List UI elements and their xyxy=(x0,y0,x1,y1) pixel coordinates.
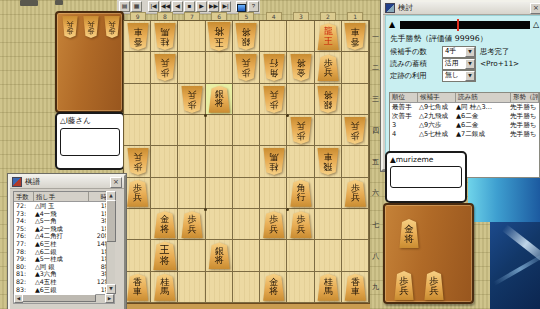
kifu-cell: 76: xyxy=(14,232,33,240)
shogi-piece-歩兵-gote[interactable]: 歩兵 xyxy=(181,86,203,113)
candidate-cell: 先手勝ち（99997） xyxy=(508,121,539,130)
candidate-cell: 先手勝ち（99997） xyxy=(508,112,539,121)
board-square-8-5[interactable] xyxy=(151,146,178,177)
shogi-piece-歩兵-gote[interactable]: 歩兵 xyxy=(83,16,99,38)
shogi-piece-飛車-gote[interactable]: 飛車 xyxy=(317,148,339,175)
kifu-cell: 83: xyxy=(14,286,33,294)
col-eval: 形勢（評価値） xyxy=(511,93,539,102)
shogi-piece-玉将-gote[interactable]: 玉将 xyxy=(207,22,231,51)
board-square-7-4[interactable] xyxy=(178,115,205,146)
candidate-table-header: 順位 候補手 読み筋 形勢（評価値） xyxy=(390,93,539,103)
kifu-cell: △4二角打 xyxy=(33,232,87,240)
board-square-5-3[interactable] xyxy=(233,84,260,115)
desktop-wallpaper xyxy=(490,222,540,309)
candidate-cell: ▲6二金 xyxy=(454,121,508,130)
vcr-button-2[interactable]: ◀◀ xyxy=(160,1,171,12)
candidate-cell: 最善手 xyxy=(390,103,417,112)
board-square-4-2[interactable]: 角行 xyxy=(260,52,287,83)
candidate-cell: 次善手 xyxy=(390,112,417,121)
judgment-text: 先手勝勢（評価値 99996） xyxy=(390,33,487,44)
app-screen: ▤ ▦ |◀◀◀◀■▶▶▶▶| ? 歩兵歩兵歩兵 △I藤さん 987654321… xyxy=(0,0,540,309)
rank-label-8: 八 xyxy=(371,251,380,261)
kifu-cell: 74: xyxy=(14,217,33,225)
board-square-7-7[interactable]: 歩兵 xyxy=(178,209,205,240)
shogi-piece-桂馬-gote[interactable]: 桂馬 xyxy=(154,23,176,50)
shogi-piece-歩兵-gote[interactable]: 歩兵 xyxy=(127,148,149,175)
board-square-8-4[interactable] xyxy=(151,115,178,146)
col-rank: 順位 xyxy=(390,93,418,102)
shogi-board: 香車桂馬玉将銀将龍王香車歩兵歩兵角行金将歩兵歩兵銀将歩兵銀将歩兵歩兵歩兵桂馬飛車… xyxy=(123,20,370,304)
shogi-piece-歩兵-gote[interactable]: 歩兵 xyxy=(290,117,312,144)
board-square-7-9[interactable] xyxy=(178,272,205,303)
kifu-window-title: 棋譜 xyxy=(25,177,40,187)
kifu-list-header: 手数 指し手 時間 xyxy=(14,192,114,202)
kifu-row-77[interactable]: 77:▲6三桂14秒 xyxy=(14,240,114,248)
board-square-1-5[interactable] xyxy=(342,146,369,177)
candidate-cell: 3 xyxy=(390,121,417,130)
board-square-9-3[interactable] xyxy=(124,84,151,115)
board-square-7-5[interactable] xyxy=(178,146,205,177)
board-square-5-5[interactable] xyxy=(233,146,260,177)
board-square-3-5[interactable] xyxy=(287,146,314,177)
monitor-icon xyxy=(237,4,246,12)
shogi-piece-桂馬-gote[interactable]: 桂馬 xyxy=(263,148,285,175)
kifu-row-78[interactable]: 78:△6二銀1秒 xyxy=(14,248,114,256)
shogi-piece-歩兵-sente[interactable]: 歩兵 xyxy=(181,211,203,238)
board-square-7-6[interactable] xyxy=(178,178,205,209)
kifu-window-icon xyxy=(12,177,22,187)
gote-captured-pieces-stand: 歩兵歩兵歩兵 xyxy=(55,11,124,113)
scrollbar-thumb[interactable] xyxy=(106,200,116,242)
help-button[interactable]: ? xyxy=(248,1,259,12)
candidate-cell: △5七桂成 xyxy=(417,130,454,139)
kifu-cell: 82: xyxy=(14,278,33,286)
kifu-cell: △4五桂 xyxy=(33,278,87,286)
candidate-row-2[interactable]: 次善手△2九飛成▲6二金先手勝ち（99997） xyxy=(390,112,539,121)
kifu-cell: ▲3六角 xyxy=(33,270,87,278)
analysis-window-title: 検討 xyxy=(398,3,413,13)
board-square-8-3[interactable] xyxy=(151,84,178,115)
board-square-8-8[interactable]: 王将 xyxy=(151,240,178,271)
sente-captured-pieces-stand: 金将歩兵歩兵 xyxy=(383,203,474,304)
board-square-2-6[interactable] xyxy=(315,178,342,209)
board-square-2-5[interactable]: 飛車 xyxy=(315,146,342,177)
board-square-1-9[interactable]: 香車 xyxy=(342,272,369,303)
kifu-cell: 75: xyxy=(14,225,33,233)
shogi-piece-王将-sente[interactable]: 王将 xyxy=(153,241,177,270)
sente-clock-box xyxy=(390,166,462,188)
accumulation-select[interactable]: 活用▼ xyxy=(442,58,476,70)
board-square-8-2[interactable]: 歩兵 xyxy=(151,52,178,83)
board-square-2-3[interactable]: 銀将 xyxy=(315,84,342,115)
evaluation-bar xyxy=(400,21,530,29)
kifu-row-73[interactable]: 73:▲4一飛1秒 xyxy=(14,210,114,218)
board-square-4-6[interactable] xyxy=(260,178,287,209)
kifu-titlebar[interactable]: 棋譜 × xyxy=(10,176,124,189)
shogi-piece-歩兵-gote[interactable]: 歩兵 xyxy=(235,54,257,81)
candidate-row-3[interactable]: 3△9六歩▲6二金先手勝ち（99997） xyxy=(390,121,539,130)
shogi-piece-歩兵-gote[interactable]: 歩兵 xyxy=(62,16,78,38)
kifu-cell: 77: xyxy=(14,240,33,248)
col-pv: 読み筋 xyxy=(456,93,511,102)
setting-row-candidates: 候補手の数 4手▼ 思考完了 xyxy=(390,47,427,58)
board-square-7-1[interactable] xyxy=(178,21,205,52)
setting-label: 読みの蓄積 xyxy=(390,59,427,68)
board-square-5-4[interactable] xyxy=(233,115,260,146)
close-icon[interactable]: × xyxy=(110,177,122,188)
board-square-2-9[interactable]: 桂馬 xyxy=(315,272,342,303)
analysis-titlebar[interactable]: 検討 × xyxy=(383,2,540,15)
shogi-piece-歩兵-gote[interactable]: 歩兵 xyxy=(263,86,285,113)
kifu-row-74[interactable]: 74:△5一角3秒 xyxy=(14,217,114,225)
kifu-window: 棋譜 × 手数 指し手 時間 72:△同 玉1秒73:▲4一飛1秒74:△5一角… xyxy=(8,174,126,309)
candidate-cell: 先手勝ち（99996） xyxy=(508,103,539,112)
board-square-6-4[interactable] xyxy=(206,115,233,146)
kifu-cell: △同 玉 xyxy=(33,202,87,210)
shogi-piece-歩兵-sente[interactable]: 歩兵 xyxy=(344,180,366,207)
board-square-9-5[interactable]: 歩兵 xyxy=(124,146,151,177)
board-square-2-1[interactable]: 龍王 xyxy=(315,21,342,52)
setting-row-accumulation: 読みの蓄積 活用▼ <Pro+11> xyxy=(390,59,427,70)
candidate-cell: ▲同 桂△3… xyxy=(454,103,508,112)
board-square-1-1[interactable]: 香車 xyxy=(342,21,369,52)
chevron-down-icon[interactable]: ▼ xyxy=(465,47,475,57)
kifu-cell: ▲6三桂 xyxy=(33,240,87,248)
board-square-9-7[interactable] xyxy=(124,209,151,240)
kifu-cell: 73: xyxy=(14,210,33,218)
kifu-cell: 72: xyxy=(14,202,33,210)
thinking-status: 思考完了 xyxy=(480,47,509,57)
kifu-row-75[interactable]: 75:▲2一飛成1秒 xyxy=(14,225,114,233)
shogi-piece-歩兵-sente[interactable]: 歩兵 xyxy=(424,271,444,300)
board-window-toggle-icon[interactable]: ▦ xyxy=(131,1,142,12)
rank-label-7: 七 xyxy=(371,220,380,230)
setting-row-joseki: 定跡の利用 無し▼ xyxy=(390,71,427,82)
hoshi-dot xyxy=(204,208,207,211)
candidate-cell: ▲6二金 xyxy=(454,112,508,121)
kifu-cell: △5一角 xyxy=(33,217,87,225)
board-square-8-7[interactable]: 金将 xyxy=(151,209,178,240)
board-square-9-8[interactable] xyxy=(124,240,151,271)
board-square-7-3[interactable]: 歩兵 xyxy=(178,84,205,115)
vcr-button-5[interactable]: ▶ xyxy=(196,1,207,12)
joseki-select[interactable]: 無し▼ xyxy=(442,70,476,82)
kifu-row-76[interactable]: 76:△4二角打20秒 xyxy=(14,232,114,240)
board-square-6-5[interactable] xyxy=(206,146,233,177)
board-square-1-7[interactable] xyxy=(342,209,369,240)
board-square-2-8[interactable] xyxy=(315,240,342,271)
sente-player-plate: ▲murizeme xyxy=(385,151,467,203)
board-square-5-6[interactable] xyxy=(233,178,260,209)
shogi-piece-角行-gote[interactable]: 角行 xyxy=(263,54,285,81)
chevron-down-icon[interactable]: ▼ xyxy=(465,59,475,69)
scroll-right-icon[interactable]: ▶ xyxy=(105,294,114,303)
rank-label-6: 六 xyxy=(371,188,380,198)
setting-label: 候補手の数 xyxy=(390,47,427,56)
board-square-4-1[interactable] xyxy=(260,21,287,52)
board-square-5-7[interactable] xyxy=(233,209,260,240)
board-square-1-6[interactable]: 歩兵 xyxy=(342,178,369,209)
kifu-header-moveno: 手数 xyxy=(14,192,34,201)
gote-marker: △ xyxy=(533,20,539,29)
kifu-cell: ▲6三銀 xyxy=(33,286,87,294)
kifu-move-list[interactable]: 手数 指し手 時間 72:△同 玉1秒73:▲4一飛1秒74:△5一角3秒75:… xyxy=(13,191,115,295)
board-square-6-1[interactable]: 玉将 xyxy=(206,21,233,52)
col-move: 候補手 xyxy=(418,93,456,102)
board-square-9-2[interactable] xyxy=(124,52,151,83)
kifu-cell: △6二銀 xyxy=(33,248,87,256)
gote-clock-box xyxy=(60,128,120,156)
vcr-button-1[interactable]: |◀ xyxy=(148,1,159,12)
kifu-row-82[interactable]: 82:△4五桂12秒 xyxy=(14,278,114,286)
board-square-3-4[interactable]: 歩兵 xyxy=(287,115,314,146)
kifu-row-80[interactable]: 80:△同 銀8秒 xyxy=(14,263,114,271)
sente-marker: ▲ xyxy=(389,20,395,29)
vcr-button-7[interactable]: ▶| xyxy=(220,1,231,12)
board-square-4-9[interactable]: 金将 xyxy=(260,272,287,303)
kifu-cell: ▲4一飛 xyxy=(33,210,87,218)
evaluation-bar-row: ▲ △ xyxy=(389,20,540,30)
evaluation-tick xyxy=(457,19,459,31)
rank-label-4: 四 xyxy=(371,126,380,136)
board-square-4-3[interactable]: 歩兵 xyxy=(260,84,287,115)
shogi-piece-歩兵-sente[interactable]: 歩兵 xyxy=(394,271,414,300)
analysis-monitor-button[interactable] xyxy=(236,1,247,12)
board-square-6-7[interactable] xyxy=(206,209,233,240)
shogi-piece-歩兵-gote[interactable]: 歩兵 xyxy=(154,54,176,81)
shogi-piece-歩兵-sente[interactable]: 歩兵 xyxy=(127,180,149,207)
kifu-cell: △同 銀 xyxy=(33,263,87,271)
board-square-9-4[interactable] xyxy=(124,115,151,146)
board-bottom-edge xyxy=(123,303,370,309)
candidate-row-4[interactable]: 4△5七桂成▲7二銀成先手勝ち（99997） xyxy=(390,130,539,139)
board-square-9-1[interactable]: 香車 xyxy=(124,21,151,52)
background-window-fragment xyxy=(20,0,38,6)
gote-player-name: △I藤さん xyxy=(60,116,120,126)
kifu-cell: ▲5一桂成 xyxy=(33,255,87,263)
kifu-row-83[interactable]: 83:▲6三銀1秒 xyxy=(14,286,114,294)
board-square-2-4[interactable] xyxy=(315,115,342,146)
background-window-fragment xyxy=(55,0,63,5)
board-square-9-6[interactable]: 歩兵 xyxy=(124,178,151,209)
board-square-3-8[interactable] xyxy=(287,240,314,271)
board-square-4-4[interactable] xyxy=(260,115,287,146)
shogi-piece-歩兵-sente[interactable]: 歩兵 xyxy=(290,211,312,238)
rank-label-2: 二 xyxy=(371,63,380,73)
board-square-3-3[interactable] xyxy=(287,84,314,115)
board-square-5-2[interactable]: 歩兵 xyxy=(233,52,260,83)
board-square-3-6[interactable]: 角行 xyxy=(287,178,314,209)
setting-label: 定跡の利用 xyxy=(390,71,427,80)
shogi-piece-香車-sente[interactable]: 香車 xyxy=(344,274,366,301)
kifu-cell: ▲2一飛成 xyxy=(33,225,87,233)
shogi-piece-桂馬-sente[interactable]: 桂馬 xyxy=(154,274,176,301)
board-square-8-1[interactable]: 桂馬 xyxy=(151,21,178,52)
close-icon[interactable]: × xyxy=(530,3,540,14)
board-grid: 香車桂馬玉将銀将龍王香車歩兵歩兵角行金将歩兵歩兵銀将歩兵銀将歩兵歩兵歩兵桂馬飛車… xyxy=(124,21,369,303)
kifu-row-79[interactable]: 79:▲5一桂成1秒 xyxy=(14,255,114,263)
shogi-piece-金将-sente[interactable]: 金将 xyxy=(154,211,176,238)
board-square-5-8[interactable] xyxy=(233,240,260,271)
candidate-cell: 先手勝ち（99997） xyxy=(508,130,539,139)
kifu-row-72[interactable]: 72:△同 玉1秒 xyxy=(14,202,114,210)
board-square-1-3[interactable] xyxy=(342,84,369,115)
vcr-button-4[interactable]: ■ xyxy=(184,1,195,12)
board-square-7-8[interactable] xyxy=(178,240,205,271)
shogi-piece-歩兵-gote[interactable]: 歩兵 xyxy=(344,117,366,144)
analysis-window: 検討 × ▲ △ 先手勝勢（評価値 99996） 候補手の数 4手▼ 思考完了 … xyxy=(381,0,540,171)
kifu-cell: 81: xyxy=(14,270,33,278)
board-square-8-9[interactable]: 桂馬 xyxy=(151,272,178,303)
board-square-6-2[interactable] xyxy=(206,52,233,83)
scrollbar-thumb[interactable] xyxy=(22,294,96,302)
board-square-9-9[interactable]: 香車 xyxy=(124,272,151,303)
kifu-horizontal-scrollbar[interactable]: ◀ ▶ xyxy=(13,294,115,304)
chevron-down-icon[interactable]: ▼ xyxy=(465,71,475,81)
analysis-body: ▲ △ 先手勝勢（評価値 99996） 候補手の数 4手▼ 思考完了 読みの蓄積… xyxy=(385,15,540,167)
board-square-2-7[interactable] xyxy=(315,209,342,240)
board-square-7-2[interactable] xyxy=(178,52,205,83)
candidate-cell: △2九飛成 xyxy=(417,112,454,121)
shogi-piece-歩兵-gote[interactable]: 歩兵 xyxy=(104,16,120,38)
shogi-piece-香車-gote[interactable]: 香車 xyxy=(127,23,149,50)
board-square-3-1[interactable] xyxy=(287,21,314,52)
kifu-row-81[interactable]: 81:▲3六角3秒 xyxy=(14,270,114,278)
candidate-cell: ▲7二銀成 xyxy=(454,130,508,139)
board-square-5-1[interactable]: 銀将 xyxy=(233,21,260,52)
kifu-vertical-scrollbar[interactable]: ▲ ▼ xyxy=(106,191,115,294)
board-square-4-7[interactable]: 歩兵 xyxy=(260,209,287,240)
rank-label-1: 一 xyxy=(371,32,380,42)
shogi-piece-龍王-sente[interactable]: 龍王 xyxy=(317,23,339,50)
board-square-6-9[interactable] xyxy=(206,272,233,303)
board-square-8-6[interactable] xyxy=(151,178,178,209)
rank-label-5: 五 xyxy=(371,157,380,167)
shogi-piece-銀将-sente[interactable]: 銀将 xyxy=(208,242,230,269)
candidate-rows: 最善手△9七角成▲同 桂△3…先手勝ち（99996）次善手△2九飛成▲6二金先手… xyxy=(390,103,539,139)
sente-player-name: ▲murizeme xyxy=(390,155,462,164)
board-square-4-5[interactable]: 桂馬 xyxy=(260,146,287,177)
board-square-6-3[interactable]: 銀将 xyxy=(206,84,233,115)
kifu-header-move: 指し手 xyxy=(34,192,89,201)
shogi-piece-角行-sente[interactable]: 角行 xyxy=(290,180,312,207)
vcr-button-6[interactable]: ▶▶ xyxy=(208,1,219,12)
gote-player-plate: △I藤さん xyxy=(55,112,125,170)
board-square-1-4[interactable]: 歩兵 xyxy=(342,115,369,146)
candidate-cell: 4 xyxy=(390,130,417,139)
scroll-down-icon[interactable]: ▼ xyxy=(106,284,116,294)
hoshi-dot xyxy=(286,208,289,211)
shogi-piece-香車-gote[interactable]: 香車 xyxy=(344,23,366,50)
shogi-piece-銀将-gote[interactable]: 銀将 xyxy=(317,86,339,113)
candidate-cell: △9七角成 xyxy=(417,103,454,112)
shogi-piece-桂馬-sente[interactable]: 桂馬 xyxy=(317,274,339,301)
board-square-1-8[interactable] xyxy=(342,240,369,271)
engine-level: <Pro+11> xyxy=(480,59,519,68)
kifu-cell: 78: xyxy=(14,248,33,256)
shogi-piece-金将-sente[interactable]: 金将 xyxy=(399,219,419,248)
vcr-button-3[interactable]: ◀ xyxy=(172,1,183,12)
rank-label-9: 九 xyxy=(371,282,380,292)
analysis-window-icon xyxy=(385,3,395,13)
board-square-6-6[interactable] xyxy=(206,178,233,209)
shogi-piece-香車-sente[interactable]: 香車 xyxy=(127,274,149,301)
board-square-6-8[interactable]: 銀将 xyxy=(206,240,233,271)
shogi-piece-金将-sente[interactable]: 金将 xyxy=(263,274,285,301)
board-square-3-9[interactable] xyxy=(287,272,314,303)
kifu-cell: 79: xyxy=(14,255,33,263)
shogi-piece-銀将-gote[interactable]: 銀将 xyxy=(235,23,257,50)
shogi-piece-銀将-sente[interactable]: 銀将 xyxy=(208,86,230,113)
rank-label-3: 三 xyxy=(371,94,380,104)
hoshi-dot xyxy=(204,114,207,117)
shogi-piece-歩兵-sente[interactable]: 歩兵 xyxy=(317,54,339,81)
kifu-cell: 80: xyxy=(14,263,33,271)
board-square-5-9[interactable] xyxy=(233,272,260,303)
hoshi-dot xyxy=(286,114,289,117)
candidate-cell: △9六歩 xyxy=(417,121,454,130)
board-square-3-7[interactable]: 歩兵 xyxy=(287,209,314,240)
candidate-row-1[interactable]: 最善手△9七角成▲同 桂△3…先手勝ち（99996） xyxy=(390,103,539,112)
board-square-3-2[interactable]: 金将 xyxy=(287,52,314,83)
board-square-1-2[interactable] xyxy=(342,52,369,83)
candidates-count-select[interactable]: 4手▼ xyxy=(442,46,476,58)
kifu-rows: 72:△同 玉1秒73:▲4一飛1秒74:△5一角3秒75:▲2一飛成1秒76:… xyxy=(14,202,114,293)
shogi-piece-金将-gote[interactable]: 金将 xyxy=(290,54,312,81)
wallpaper-light-streak xyxy=(493,252,540,285)
board-square-4-8[interactable] xyxy=(260,240,287,271)
board-square-2-2[interactable]: 歩兵 xyxy=(315,52,342,83)
shogi-piece-歩兵-sente[interactable]: 歩兵 xyxy=(263,211,285,238)
